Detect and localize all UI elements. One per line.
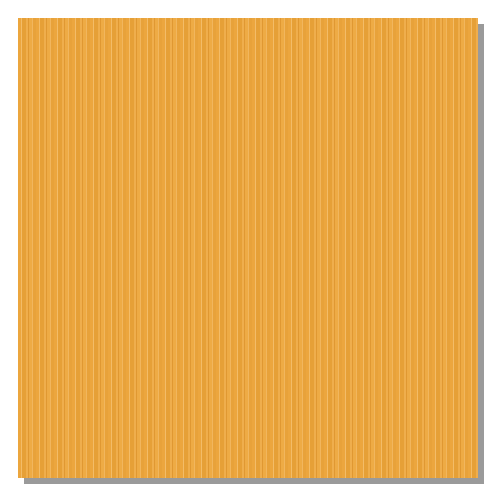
go-diagram bbox=[0, 0, 500, 500]
grid-lines bbox=[18, 18, 478, 478]
goban[interactable] bbox=[18, 18, 478, 478]
